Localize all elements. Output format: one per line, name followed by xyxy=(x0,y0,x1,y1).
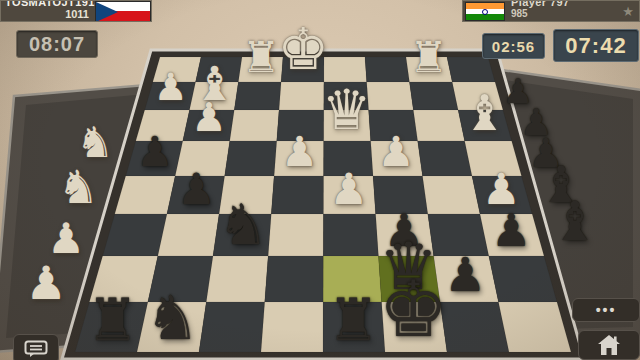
piece-white-rook-b1[interactable]: ♜ xyxy=(409,36,448,79)
piece-black-rook-d8[interactable]: ♜ xyxy=(327,291,379,349)
black-player-name: Player 797 xyxy=(511,0,569,8)
piece-black-pawn-g5[interactable]: ♟ xyxy=(177,168,216,211)
flag-czech-republic-icon xyxy=(95,1,151,22)
ashoka-chakra-icon xyxy=(482,9,488,15)
captured-white-pawn: ♟ xyxy=(25,260,66,306)
chat-bubble-icon xyxy=(24,340,48,358)
chess-game-screen: { "game": "chess", "scene": "3d-wooden-c… xyxy=(0,0,640,360)
white-player-name: TOSMATOJT1913 xyxy=(5,0,101,8)
piece-white-pawn-e4[interactable]: ♟ xyxy=(281,132,318,173)
piece-black-pawn-a6[interactable]: ♟ xyxy=(491,208,531,253)
black-player-rating: 985 xyxy=(511,8,528,19)
piece-black-pawn-h4[interactable]: ♟ xyxy=(136,132,173,173)
black-clock-time: 07:42 xyxy=(565,33,626,59)
piece-black-rook-h8[interactable]: ♜ xyxy=(86,291,138,349)
tray-menu-button[interactable]: ••• xyxy=(572,298,640,322)
piece-black-knight-f6[interactable]: ♞ xyxy=(218,197,268,253)
piece-white-pawn-g3[interactable]: ♟ xyxy=(191,98,226,138)
captured-black-bishop: ♝ xyxy=(551,195,599,249)
piece-black-pawn-b7[interactable]: ♟ xyxy=(444,252,486,299)
piece-white-pawn-c4[interactable]: ♟ xyxy=(377,132,414,173)
piece-white-queen-d3[interactable]: ♛ xyxy=(322,83,372,138)
white-player-card: TOSMATOJT1913 1011 xyxy=(0,0,152,22)
black-clock: 07:42 xyxy=(553,29,639,62)
black-move-timer: 02:56 xyxy=(482,33,545,59)
piece-black-knight-g8[interactable]: ♞ xyxy=(145,288,200,349)
piece-white-rook-f1[interactable]: ♜ xyxy=(242,36,281,79)
piece-white-pawn-d5[interactable]: ♟ xyxy=(330,168,369,211)
black-move-timer-time: 02:56 xyxy=(492,38,535,55)
white-clock-time: 08:07 xyxy=(29,33,85,56)
star-icon: ★ xyxy=(622,4,634,19)
captured-white-knight: ♞ xyxy=(76,122,114,164)
chat-button[interactable] xyxy=(13,334,59,360)
piece-white-king-e1[interactable]: ♚ xyxy=(277,21,329,79)
tray-menu-dots: ••• xyxy=(596,302,617,318)
captured-white-knight: ♞ xyxy=(57,164,98,210)
black-player-card: Player 797 985 ★ xyxy=(462,0,640,22)
captured-white-pawn: ♟ xyxy=(47,218,85,260)
white-clock: 08:07 xyxy=(16,30,98,58)
piece-black-king-c8[interactable]: ♚ xyxy=(379,271,449,349)
piece-white-pawn-h2[interactable]: ♟ xyxy=(154,69,188,107)
home-button[interactable] xyxy=(578,330,640,360)
flag-india-icon xyxy=(465,2,505,21)
house-icon xyxy=(597,334,621,356)
white-player-rating: 1011 xyxy=(65,8,89,20)
piece-white-bishop-a3[interactable]: ♝ xyxy=(462,89,506,139)
